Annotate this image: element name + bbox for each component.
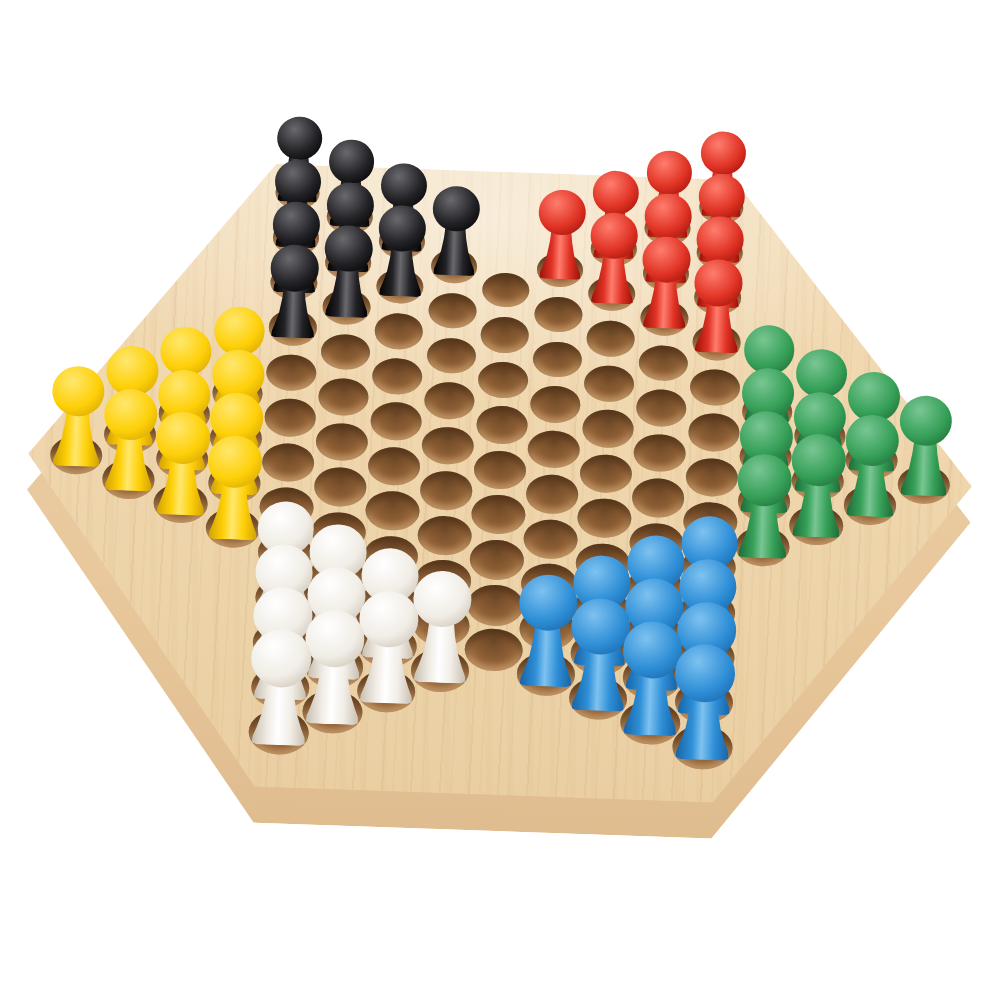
hole-q3r1[interactable] — [534, 296, 583, 333]
red-peg-head — [590, 212, 639, 259]
red-peg-head — [696, 216, 745, 263]
peg-black-2[interactable] — [321, 224, 376, 318]
black-peg-head — [272, 201, 321, 248]
red-peg-head — [698, 173, 745, 219]
red-peg-head — [592, 170, 639, 216]
red-peg-head — [538, 189, 586, 235]
hole-q2r0[interactable] — [478, 361, 529, 399]
hole-q1r1[interactable] — [529, 385, 581, 424]
hole-q-1r2[interactable] — [579, 454, 633, 494]
black-peg-head — [432, 186, 480, 232]
hole-q0r3[interactable] — [635, 389, 687, 428]
hole-q-2r1[interactable] — [523, 519, 579, 560]
hole-q-2r3[interactable] — [631, 478, 685, 519]
red-peg-head — [694, 259, 744, 307]
black-peg-head — [380, 162, 427, 208]
peg-red-3[interactable] — [638, 236, 693, 330]
hole-q-1r3[interactable] — [633, 433, 686, 472]
black-peg-head — [324, 225, 373, 272]
green-peg-head — [845, 414, 900, 467]
hole-q-2r4[interactable] — [685, 457, 739, 497]
peg-yellow-8[interactable] — [100, 388, 161, 492]
peg-green-1[interactable] — [733, 453, 795, 559]
peg-black-1[interactable] — [266, 244, 321, 339]
hole-q4r-1[interactable] — [428, 293, 477, 330]
hole-q3r-2[interactable] — [372, 357, 423, 395]
red-peg-head — [644, 193, 692, 239]
hole-q-2r0[interactable] — [469, 539, 525, 581]
hole-q1r-1[interactable] — [421, 426, 474, 465]
hole-q0r-1[interactable] — [419, 470, 473, 511]
hole-q-2r2[interactable] — [577, 498, 632, 539]
hole-q0r2[interactable] — [581, 409, 633, 448]
hole-q1r0[interactable] — [475, 406, 527, 445]
scene-background — [0, 0, 1000, 1000]
peg-white-10[interactable] — [246, 629, 315, 746]
hole-q-1r1[interactable] — [525, 474, 579, 515]
green-peg-head — [791, 434, 846, 487]
hole-q4r0[interactable] — [482, 272, 530, 308]
black-peg-head — [270, 244, 320, 292]
hole-q4r-3[interactable] — [320, 333, 370, 370]
hole-q-1r-1[interactable] — [417, 515, 473, 556]
hole-q0r0[interactable] — [473, 450, 527, 490]
black-peg-head — [274, 159, 321, 205]
black-peg-head — [378, 205, 427, 252]
board-cells — [0, 0, 1000, 1000]
hole-q2r-3[interactable] — [315, 422, 368, 461]
yellow-peg-head — [103, 388, 158, 441]
peg-black-3[interactable] — [375, 205, 429, 297]
hole-q2r-1[interactable] — [424, 381, 476, 420]
hole-q3r-1[interactable] — [426, 337, 476, 374]
chinese-checkers-board — [0, 0, 1000, 1000]
black-peg-head — [328, 139, 375, 184]
hole-q-1r4[interactable] — [687, 413, 739, 452]
hole-q4r-4[interactable] — [266, 354, 317, 392]
yellow-peg-head — [52, 365, 106, 417]
hole-q0r1[interactable] — [527, 430, 580, 469]
peg-green-5[interactable] — [787, 434, 848, 539]
green-peg-head — [899, 395, 953, 447]
hole-q3r-4[interactable] — [264, 398, 316, 437]
white-peg-head — [250, 629, 312, 689]
hole-q0r-2[interactable] — [365, 491, 420, 532]
hole-q-3r0[interactable] — [466, 583, 523, 626]
yellow-peg-head — [207, 435, 263, 489]
hole-q1r-3[interactable] — [313, 467, 367, 508]
black-peg-head — [276, 116, 322, 160]
peg-green-8[interactable] — [841, 414, 902, 518]
white-peg-head — [412, 570, 472, 628]
peg-red-4[interactable] — [690, 259, 745, 354]
peg-yellow-5[interactable] — [151, 411, 212, 516]
black-peg-head — [326, 182, 374, 228]
hole-q2r1[interactable] — [532, 341, 582, 378]
hole-q4r-2[interactable] — [374, 313, 424, 350]
peg-black-4[interactable] — [429, 185, 482, 276]
hole-q2r2[interactable] — [586, 320, 636, 357]
hole-q2r-4[interactable] — [261, 443, 315, 483]
hole-q1r3[interactable] — [638, 344, 688, 381]
hole-q1r2[interactable] — [584, 365, 635, 403]
hole-q0r4[interactable] — [690, 368, 741, 406]
blue-peg-head — [674, 644, 736, 704]
yellow-peg-head — [155, 411, 210, 464]
hole-q3r0[interactable] — [480, 317, 530, 354]
hole-q1r-2[interactable] — [367, 446, 421, 486]
peg-red-1[interactable] — [535, 189, 588, 280]
green-peg-head — [737, 453, 793, 507]
peg-green-10[interactable] — [895, 394, 955, 496]
peg-blue-10[interactable] — [670, 643, 739, 760]
hole-q2r-2[interactable] — [370, 402, 422, 441]
peg-red-2[interactable] — [586, 212, 640, 304]
red-peg-head — [642, 236, 691, 283]
red-peg-head — [700, 131, 746, 175]
hole-q-1r0[interactable] — [471, 494, 526, 535]
red-peg-head — [646, 150, 693, 195]
hole-q3r-3[interactable] — [318, 378, 370, 417]
peg-yellow-10[interactable] — [48, 365, 108, 467]
